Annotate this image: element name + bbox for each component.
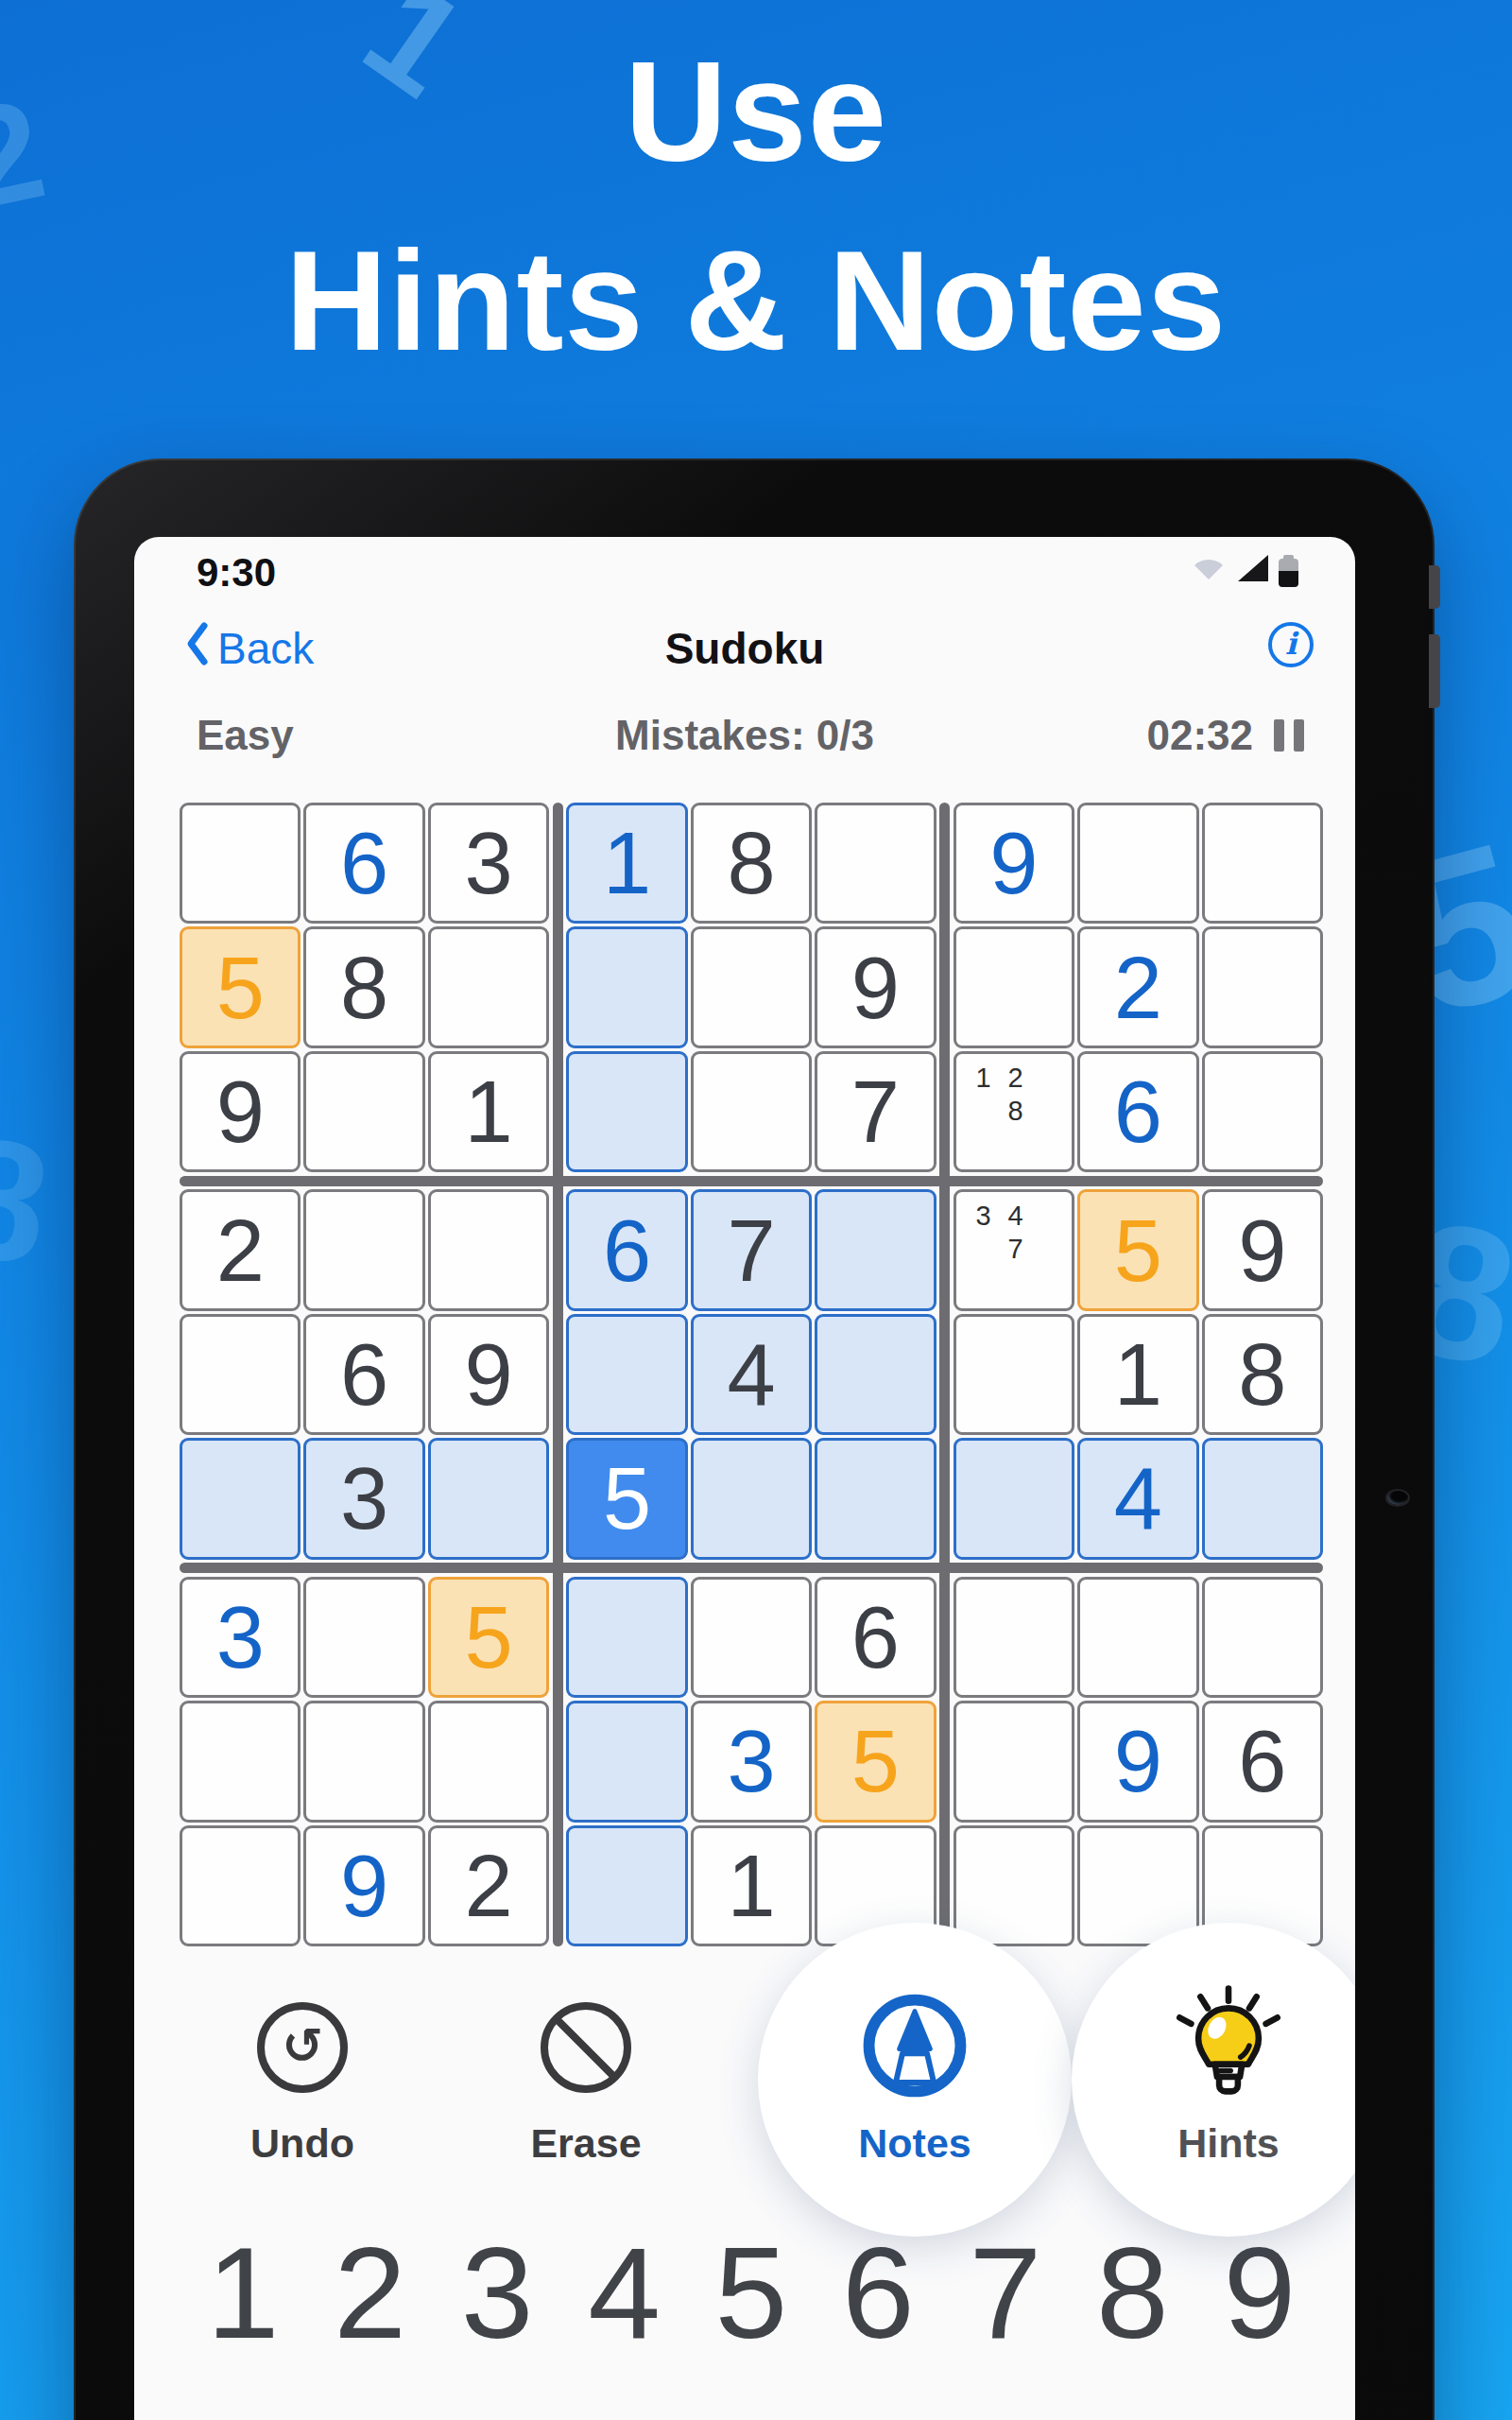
cell-r5c9[interactable]: 8	[1202, 1314, 1323, 1435]
cell-value: 5	[603, 1455, 651, 1542]
cell-r5c8[interactable]: 1	[1077, 1314, 1198, 1435]
cell-r2c2[interactable]: 8	[303, 926, 424, 1047]
cell-value: 5	[465, 1594, 513, 1681]
lightbulb-icon	[1166, 1983, 1291, 2112]
undo-label: Undo	[250, 2123, 354, 2164]
front-camera	[1385, 1489, 1410, 1507]
erase-icon	[541, 2002, 631, 2093]
cell-value: 9	[340, 1842, 388, 1929]
cell-r4c9[interactable]: 9	[1202, 1189, 1323, 1310]
numpad-7[interactable]: 7	[942, 2221, 1069, 2363]
cell-value: 1	[1114, 1331, 1162, 1418]
pencil-notes: 347	[968, 1200, 1032, 1266]
cell-value: 5	[1114, 1207, 1162, 1294]
cell-r4c5[interactable]: 7	[691, 1189, 812, 1310]
hints-button[interactable]: Hints	[1106, 1985, 1351, 2164]
cell-r7c9[interactable]	[1202, 1577, 1323, 1698]
box-separator-horizontal	[180, 1176, 1323, 1186]
undo-button[interactable]: ↺ Undo	[180, 1985, 425, 2164]
cell-r8c9[interactable]: 6	[1202, 1701, 1323, 1822]
title-line-1: Use	[0, 17, 1512, 206]
cell-value: 6	[340, 1331, 388, 1418]
cell-r3c9[interactable]	[1202, 1051, 1323, 1172]
notes-label: Notes	[858, 2123, 971, 2164]
cell-r8c2[interactable]	[303, 1701, 424, 1822]
cell-r8c8[interactable]: 9	[1077, 1701, 1198, 1822]
cell-value: 5	[216, 944, 265, 1031]
cell-r1c4[interactable]: 1	[566, 803, 687, 924]
status-icons	[1192, 552, 1298, 590]
cell-value: 1	[727, 1842, 775, 1929]
cell-r4c6[interactable]	[815, 1189, 936, 1310]
cell-value: 8	[340, 944, 388, 1031]
cell-r1c2[interactable]: 6	[303, 803, 424, 924]
cell-value: 8	[727, 820, 775, 907]
cell-r2c6[interactable]: 9	[815, 926, 936, 1047]
cell-value: 9	[216, 1068, 265, 1155]
cell-value: 3	[216, 1594, 265, 1681]
numpad-3[interactable]: 3	[434, 2221, 560, 2363]
cell-value: 2	[216, 1207, 265, 1294]
cell-value: 1	[465, 1068, 513, 1155]
numpad-5[interactable]: 5	[688, 2221, 815, 2363]
cell-r3c7[interactable]: 128	[954, 1051, 1074, 1172]
cell-r5c4[interactable]	[566, 1314, 687, 1435]
pen-icon	[853, 1984, 976, 2111]
page-title: Use Hints & Notes	[0, 17, 1512, 395]
cell-r1c7[interactable]: 9	[954, 803, 1074, 924]
screen-title: Sudoku	[134, 620, 1355, 677]
cell-r5c6[interactable]	[815, 1314, 936, 1435]
background-digit: 8	[0, 1110, 59, 1291]
cell-value: 4	[1114, 1455, 1162, 1542]
cell-value: 3	[340, 1455, 388, 1542]
cell-r1c3[interactable]: 3	[428, 803, 549, 924]
cell-r1c5[interactable]: 8	[691, 803, 812, 924]
cell-value: 9	[989, 820, 1038, 907]
box-separator-horizontal	[180, 1563, 1323, 1573]
timer: 02:32	[1146, 712, 1253, 759]
cell-r2c5[interactable]	[691, 926, 812, 1047]
cell-value: 9	[465, 1331, 513, 1418]
cell-value: 9	[1238, 1207, 1286, 1294]
cell-r6c3[interactable]	[428, 1438, 549, 1559]
title-line-2: Hints & Notes	[0, 206, 1512, 395]
cell-r6c2[interactable]: 3	[303, 1438, 424, 1559]
hints-label: Hints	[1177, 2123, 1280, 2164]
cell-r4c8[interactable]: 5	[1077, 1189, 1198, 1310]
box-separator-vertical	[553, 803, 563, 1946]
cell-r8c5[interactable]: 3	[691, 1701, 812, 1822]
cell-value: 6	[603, 1207, 651, 1294]
tablet-frame: 9:30 Back Sudoku i Easy Mistakes: 0	[74, 458, 1435, 2420]
volume-button	[1429, 634, 1440, 708]
notes-button[interactable]: Notes	[792, 1985, 1038, 2164]
cell-value: 7	[851, 1068, 900, 1155]
cell-r8c7[interactable]	[954, 1701, 1074, 1822]
info-icon[interactable]: i	[1268, 622, 1314, 667]
app-screen: 9:30 Back Sudoku i Easy Mistakes: 0	[134, 537, 1355, 2420]
cell-r6c7[interactable]	[954, 1438, 1074, 1559]
cell-r4c3[interactable]	[428, 1189, 549, 1310]
cell-r1c8[interactable]	[1077, 803, 1198, 924]
cell-r8c6[interactable]: 5	[815, 1701, 936, 1822]
undo-icon: ↺	[257, 2002, 348, 2093]
battery-icon	[1279, 559, 1298, 587]
cell-r3c8[interactable]: 6	[1077, 1051, 1198, 1172]
cell-r5c5[interactable]: 4	[691, 1314, 812, 1435]
signal-icon	[1236, 555, 1268, 587]
volume-button	[1429, 565, 1440, 609]
numpad-4[interactable]: 4	[560, 2221, 687, 2363]
cell-r9c4[interactable]	[566, 1825, 687, 1946]
cell-value: 3	[727, 1718, 775, 1805]
cell-r9c1[interactable]	[180, 1825, 301, 1946]
cell-value: 3	[465, 820, 513, 907]
cell-r3c5[interactable]	[691, 1051, 812, 1172]
cell-value: 2	[1114, 944, 1162, 1031]
cell-r7c7[interactable]	[954, 1577, 1074, 1698]
cell-r1c6[interactable]	[815, 803, 936, 924]
cell-value: 9	[1114, 1718, 1162, 1805]
cell-r7c2[interactable]	[303, 1577, 424, 1698]
cell-r5c7[interactable]	[954, 1314, 1074, 1435]
cell-r7c8[interactable]	[1077, 1577, 1198, 1698]
cell-r1c1[interactable]	[180, 803, 301, 924]
status-time: 9:30	[197, 550, 276, 596]
cell-r3c2[interactable]	[303, 1051, 424, 1172]
pencil-notes: 128	[968, 1062, 1032, 1128]
numpad-2[interactable]: 2	[306, 2221, 433, 2363]
cell-value: 1	[603, 820, 651, 907]
cell-r8c4[interactable]	[566, 1701, 687, 1822]
cell-r7c3[interactable]: 5	[428, 1577, 549, 1698]
numpad-8[interactable]: 8	[1069, 2221, 1195, 2363]
nav-bar: Back Sudoku i	[134, 620, 1355, 677]
cell-r8c1[interactable]	[180, 1701, 301, 1822]
cell-r2c3[interactable]	[428, 926, 549, 1047]
cell-r3c1[interactable]: 9	[180, 1051, 301, 1172]
cell-r2c9[interactable]	[1202, 926, 1323, 1047]
cell-r9c5[interactable]: 1	[691, 1825, 812, 1946]
cell-r9c7[interactable]	[954, 1825, 1074, 1946]
box-separator-vertical	[939, 803, 950, 1946]
cell-r3c6[interactable]: 7	[815, 1051, 936, 1172]
cell-r5c3[interactable]: 9	[428, 1314, 549, 1435]
cell-r7c4[interactable]	[566, 1577, 687, 1698]
cell-r4c7[interactable]: 347	[954, 1189, 1074, 1310]
wifi-icon	[1192, 555, 1226, 587]
cell-value: 6	[340, 820, 388, 907]
cell-r1c9[interactable]	[1202, 803, 1323, 924]
cell-r9c8[interactable]	[1077, 1825, 1198, 1946]
cell-r9c3[interactable]: 2	[428, 1825, 549, 1946]
cell-r4c4[interactable]: 6	[566, 1189, 687, 1310]
cell-r7c1[interactable]: 3	[180, 1577, 301, 1698]
cell-r6c6[interactable]	[815, 1438, 936, 1559]
cell-r7c5[interactable]	[691, 1577, 812, 1698]
cell-value: 7	[727, 1207, 775, 1294]
cell-value: 4	[727, 1331, 775, 1418]
pause-button[interactable]	[1274, 719, 1304, 752]
erase-label: Erase	[530, 2123, 641, 2164]
cell-r6c9[interactable]	[1202, 1438, 1323, 1559]
cell-r4c1[interactable]: 2	[180, 1189, 301, 1310]
cell-r2c8[interactable]: 2	[1077, 926, 1198, 1047]
numpad-1[interactable]: 1	[180, 2221, 306, 2363]
cell-r3c4[interactable]	[566, 1051, 687, 1172]
cell-r3c3[interactable]: 1	[428, 1051, 549, 1172]
cell-r2c7[interactable]	[954, 926, 1074, 1047]
number-pad: 123456789	[180, 2221, 1323, 2363]
cell-r6c4[interactable]: 5	[566, 1438, 687, 1559]
cell-value: 6	[851, 1594, 900, 1681]
cell-r6c5[interactable]	[691, 1438, 812, 1559]
numpad-6[interactable]: 6	[815, 2221, 941, 2363]
cell-value: 2	[465, 1842, 513, 1929]
cell-r6c1[interactable]	[180, 1438, 301, 1559]
cell-value: 5	[851, 1718, 900, 1805]
sudoku-grid: 6318958929171286267347596941835435635969…	[180, 803, 1323, 1946]
cell-r2c1[interactable]: 5	[180, 926, 301, 1047]
cell-r7c6[interactable]: 6	[815, 1577, 936, 1698]
erase-button[interactable]: Erase	[463, 1985, 709, 2164]
cell-r5c1[interactable]	[180, 1314, 301, 1435]
cell-r5c2[interactable]: 6	[303, 1314, 424, 1435]
cell-value: 8	[1238, 1331, 1286, 1418]
numpad-9[interactable]: 9	[1196, 2221, 1323, 2363]
cell-value: 6	[1114, 1068, 1162, 1155]
cell-r6c8[interactable]: 4	[1077, 1438, 1198, 1559]
cell-r8c3[interactable]	[428, 1701, 549, 1822]
cell-r9c2[interactable]: 9	[303, 1825, 424, 1946]
game-bar: Easy Mistakes: 0/3 02:32	[134, 707, 1355, 764]
cell-r4c2[interactable]	[303, 1189, 424, 1310]
cell-r2c4[interactable]	[566, 926, 687, 1047]
cell-value: 6	[1238, 1718, 1286, 1805]
cell-value: 9	[851, 944, 900, 1031]
